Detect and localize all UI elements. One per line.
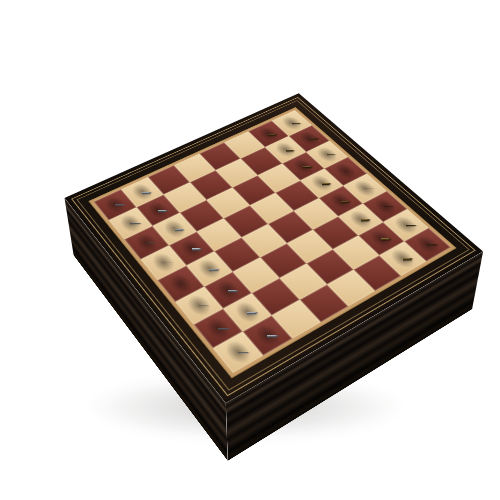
- square-h5[interactable]: [327, 270, 375, 307]
- square-h4[interactable]: [300, 284, 349, 322]
- square-g4[interactable]: [280, 263, 327, 299]
- square-f5[interactable]: [287, 230, 333, 264]
- square-g5[interactable]: [307, 249, 354, 284]
- chess-set-product-photo: ♜♞♟♝♟♛♟♚♟♝♟♞♟♟♜♟♟♜♟♟♞♟♝♟♛♟♚♟♝♟♞♜: [0, 0, 500, 500]
- square-h6[interactable]: [354, 255, 402, 291]
- square-g6[interactable]: [333, 236, 379, 270]
- square-f4[interactable]: [260, 243, 306, 278]
- chess-board-box: ♜♞♟♝♟♛♟♚♟♝♟♞♟♟♜♟♟♜♟♟♞♟♝♟♛♟♚♟♝♟♞♜: [64, 93, 483, 403]
- square-e4[interactable]: [242, 224, 287, 257]
